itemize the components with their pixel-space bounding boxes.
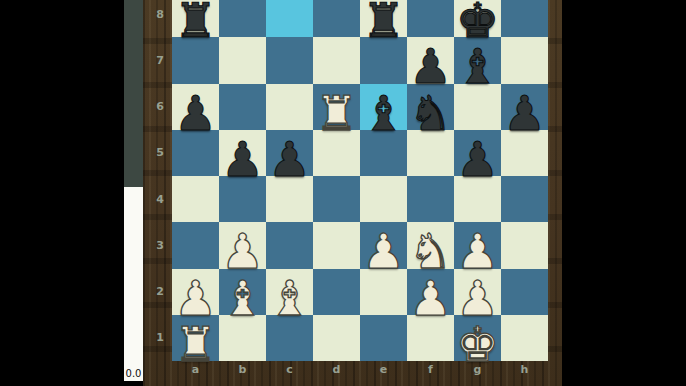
square-a1[interactable]: ♜	[172, 315, 219, 361]
square-h7[interactable]	[501, 37, 548, 83]
square-d8[interactable]	[313, 0, 360, 37]
app-screen: 0.0 87654321 ♜♜♚♟♝♟♜♝♞♟♟♟♟♟♟♞♟♟♝♝♟♟♜♚ ab…	[0, 0, 686, 386]
rank-label-8: 8	[143, 0, 169, 37]
file-label-f: f	[407, 361, 454, 378]
white-bishop-c2[interactable]: ♝	[268, 275, 311, 321]
square-g1[interactable]: ♚	[454, 315, 501, 361]
rank-label-6: 6	[143, 84, 169, 130]
square-e4[interactable]	[360, 176, 407, 222]
black-pawn-a6[interactable]: ♟	[174, 90, 217, 136]
rank-label-5: 5	[143, 130, 169, 176]
rank-label-1: 1	[143, 315, 169, 361]
black-knight-f6[interactable]: ♞	[409, 90, 452, 136]
eval-bar-black-section	[124, 0, 143, 187]
square-a4[interactable]	[172, 176, 219, 222]
square-b6[interactable]	[219, 84, 266, 130]
square-e3[interactable]: ♟	[360, 222, 407, 268]
square-b8[interactable]	[219, 0, 266, 37]
rank-labels: 87654321	[143, 0, 169, 361]
square-a8[interactable]: ♜	[172, 0, 219, 37]
file-label-c: c	[266, 361, 313, 378]
square-g3[interactable]: ♟	[454, 222, 501, 268]
square-h6[interactable]: ♟	[501, 84, 548, 130]
square-a2[interactable]: ♟	[172, 269, 219, 315]
square-h8[interactable]	[501, 0, 548, 37]
black-rook-a8[interactable]: ♜	[174, 0, 217, 43]
black-pawn-b5[interactable]: ♟	[221, 136, 264, 182]
square-d7[interactable]	[313, 37, 360, 83]
black-bishop-e6[interactable]: ♝	[362, 90, 405, 136]
square-e1[interactable]	[360, 315, 407, 361]
square-h1[interactable]	[501, 315, 548, 361]
white-pawn-b3[interactable]: ♟	[221, 228, 264, 274]
white-bishop-b2[interactable]: ♝	[221, 275, 264, 321]
square-a3[interactable]	[172, 222, 219, 268]
square-h3[interactable]	[501, 222, 548, 268]
file-label-h: h	[501, 361, 548, 378]
file-label-a: a	[172, 361, 219, 378]
white-pawn-g2[interactable]: ♟	[456, 275, 499, 321]
square-e8[interactable]: ♜	[360, 0, 407, 37]
square-b2[interactable]: ♝	[219, 269, 266, 315]
rank-label-4: 4	[143, 176, 169, 222]
square-c8[interactable]	[266, 0, 313, 37]
square-c2[interactable]: ♝	[266, 269, 313, 315]
square-c5[interactable]: ♟	[266, 130, 313, 176]
square-h2[interactable]	[501, 269, 548, 315]
evaluation-bar: 0.0	[124, 0, 143, 381]
black-pawn-c5[interactable]: ♟	[268, 136, 311, 182]
square-b5[interactable]: ♟	[219, 130, 266, 176]
square-e6[interactable]: ♝	[360, 84, 407, 130]
rank-label-7: 7	[143, 37, 169, 83]
square-f6[interactable]: ♞	[407, 84, 454, 130]
file-label-d: d	[313, 361, 360, 378]
square-c7[interactable]	[266, 37, 313, 83]
white-pawn-g3[interactable]: ♟	[456, 228, 499, 274]
black-rook-e8[interactable]: ♜	[362, 0, 405, 43]
black-pawn-g5[interactable]: ♟	[456, 136, 499, 182]
square-c6[interactable]	[266, 84, 313, 130]
square-b3[interactable]: ♟	[219, 222, 266, 268]
black-pawn-h6[interactable]: ♟	[503, 90, 546, 136]
white-pawn-a2[interactable]: ♟	[174, 275, 217, 321]
square-d6[interactable]: ♜	[313, 84, 360, 130]
square-f4[interactable]	[407, 176, 454, 222]
square-f2[interactable]: ♟	[407, 269, 454, 315]
white-rook-d6[interactable]: ♜	[315, 90, 358, 136]
square-f7[interactable]: ♟	[407, 37, 454, 83]
square-g8[interactable]: ♚	[454, 0, 501, 37]
square-f3[interactable]: ♞	[407, 222, 454, 268]
rank-label-2: 2	[143, 269, 169, 315]
eval-bar-white-section: 0.0	[124, 187, 143, 381]
chess-board: ♜♜♚♟♝♟♜♝♞♟♟♟♟♟♟♞♟♟♝♝♟♟♜♚	[172, 0, 548, 361]
square-g2[interactable]: ♟	[454, 269, 501, 315]
square-d1[interactable]	[313, 315, 360, 361]
square-b7[interactable]	[219, 37, 266, 83]
white-king-g1[interactable]: ♚	[456, 321, 499, 367]
square-d4[interactable]	[313, 176, 360, 222]
eval-score: 0.0	[124, 368, 143, 379]
file-labels: abcdefgh	[172, 361, 548, 378]
file-label-e: e	[360, 361, 407, 378]
file-label-b: b	[219, 361, 266, 378]
black-pawn-f7[interactable]: ♟	[409, 43, 452, 89]
square-a6[interactable]: ♟	[172, 84, 219, 130]
square-d3[interactable]	[313, 222, 360, 268]
white-pawn-e3[interactable]: ♟	[362, 228, 405, 274]
black-king-g8[interactable]: ♚	[456, 0, 499, 43]
white-pawn-f2[interactable]: ♟	[409, 275, 452, 321]
square-h4[interactable]	[501, 176, 548, 222]
rank-label-3: 3	[143, 222, 169, 268]
square-d2[interactable]	[313, 269, 360, 315]
square-g5[interactable]: ♟	[454, 130, 501, 176]
white-rook-a1[interactable]: ♜	[174, 321, 217, 367]
square-c3[interactable]	[266, 222, 313, 268]
black-bishop-g7[interactable]: ♝	[456, 43, 499, 89]
white-knight-f3[interactable]: ♞	[409, 228, 452, 274]
square-g7[interactable]: ♝	[454, 37, 501, 83]
file-label-g: g	[454, 361, 501, 378]
square-f8[interactable]	[407, 0, 454, 37]
